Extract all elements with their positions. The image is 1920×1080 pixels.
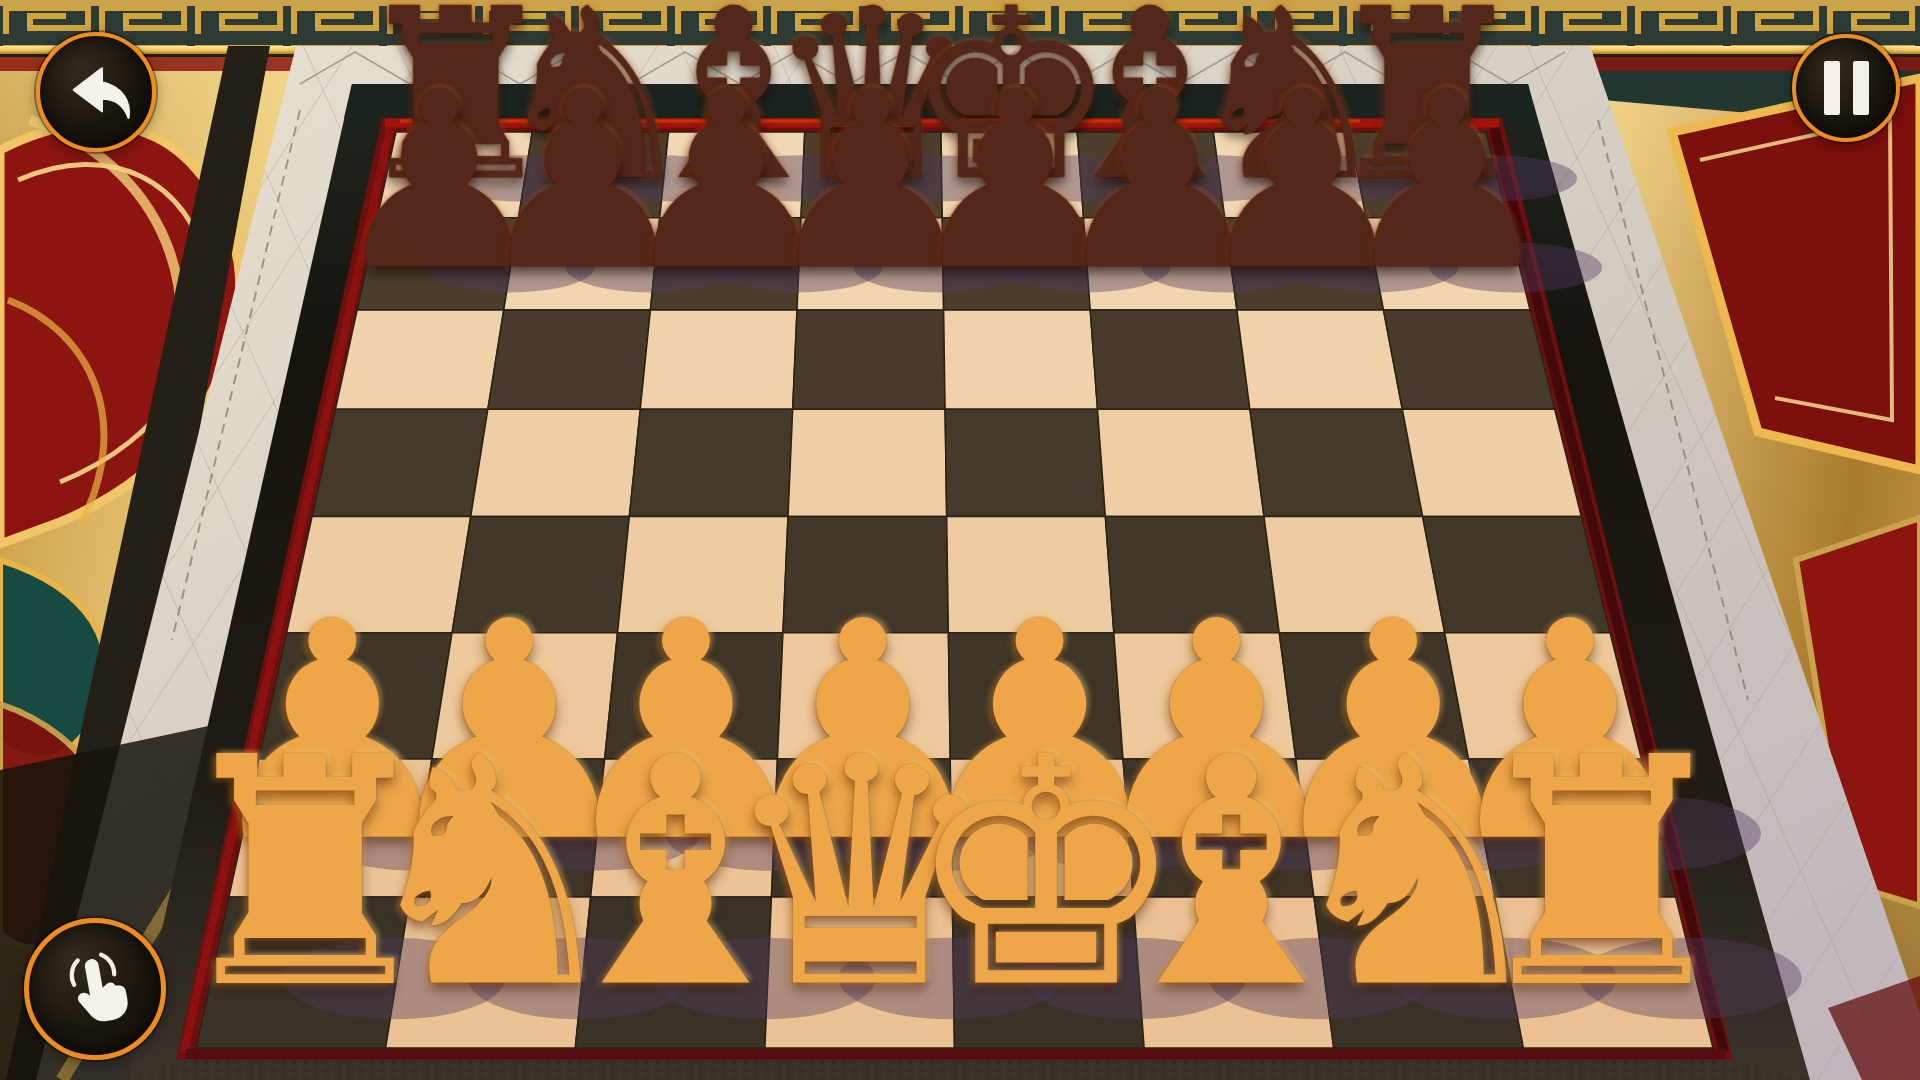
square-d5[interactable] [788,409,947,516]
square-h6[interactable] [1383,310,1554,409]
square-a6[interactable] [335,310,503,409]
piece-black-pawn-h7[interactable]: ♟ [1337,60,1556,305]
piece-white-rook-h1[interactable]: ♜ [1461,716,1743,1031]
square-b6[interactable] [488,310,651,409]
chess-game-screen: ♜♞♝♛♚♝♞♜♟♟♟♟♟♟♟♟♟♟♟♟♟♟♟♟♜♞♝♛♚♝♞♜ [0,0,1920,1080]
touch-hint-button[interactable] [24,918,166,1060]
square-g6[interactable] [1237,310,1402,409]
square-b5[interactable] [471,409,641,516]
square-d6[interactable] [793,310,945,409]
square-a5[interactable] [312,409,488,516]
square-h5[interactable] [1402,409,1581,516]
back-arrow-icon [59,55,133,129]
square-e5[interactable] [945,409,1105,516]
square-c6[interactable] [640,310,797,409]
pause-icon [1824,61,1869,115]
pause-button[interactable] [1792,34,1900,142]
square-e6[interactable] [944,310,1098,409]
square-g5[interactable] [1250,409,1423,516]
tap-hand-icon [45,939,145,1039]
square-f5[interactable] [1097,409,1263,516]
square-f6[interactable] [1090,310,1250,409]
square-c5[interactable] [629,409,792,516]
back-button[interactable] [36,32,156,152]
